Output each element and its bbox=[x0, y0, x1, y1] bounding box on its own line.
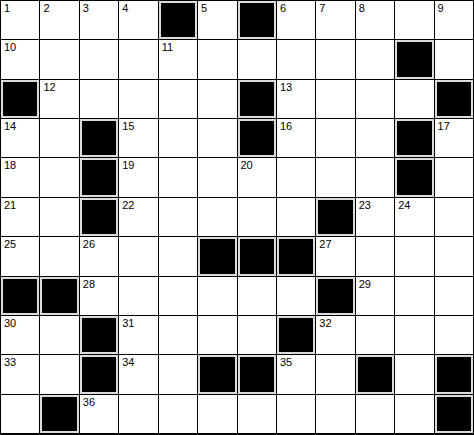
clue-number-20: 20 bbox=[241, 160, 253, 171]
clue-number-14: 14 bbox=[4, 121, 16, 132]
cell-r3c2[interactable]: 12 bbox=[40, 80, 78, 118]
cell-r8c7[interactable] bbox=[238, 277, 276, 315]
clue-number-13: 13 bbox=[280, 82, 292, 93]
cell-r7c1[interactable]: 25 bbox=[1, 237, 39, 275]
cell-r10c5[interactable] bbox=[159, 355, 197, 393]
cell-r11c8[interactable] bbox=[277, 395, 315, 433]
cell-r10c11[interactable] bbox=[395, 355, 433, 393]
cell-r9c7[interactable] bbox=[238, 316, 276, 354]
cell-r9c6[interactable] bbox=[198, 316, 236, 354]
cell-r4c1[interactable]: 14 bbox=[1, 119, 39, 157]
cell-r11c6[interactable] bbox=[198, 395, 236, 433]
cell-r7c10[interactable] bbox=[356, 237, 394, 275]
cell-r10c2[interactable] bbox=[40, 355, 78, 393]
cell-r6c1[interactable]: 21 bbox=[1, 198, 39, 236]
cell-r10c4[interactable]: 34 bbox=[119, 355, 157, 393]
cell-r7c3[interactable]: 26 bbox=[80, 237, 118, 275]
black-cell-r9c8 bbox=[277, 316, 315, 354]
cell-r6c2[interactable] bbox=[40, 198, 78, 236]
cell-r9c4[interactable]: 31 bbox=[119, 316, 157, 354]
cell-r11c4[interactable] bbox=[119, 395, 157, 433]
black-cell-r4c7 bbox=[238, 119, 276, 157]
cell-r10c1[interactable]: 33 bbox=[1, 355, 39, 393]
cell-r5c12[interactable] bbox=[435, 158, 473, 196]
black-cell-r7c7 bbox=[238, 237, 276, 275]
cell-r11c5[interactable] bbox=[159, 395, 197, 433]
clue-number-27: 27 bbox=[319, 239, 331, 250]
cell-r2c6[interactable] bbox=[198, 40, 236, 78]
clue-number-36: 36 bbox=[83, 397, 95, 408]
cell-r8c5[interactable] bbox=[159, 277, 197, 315]
cell-r8c10[interactable]: 29 bbox=[356, 277, 394, 315]
black-cell-r8c1 bbox=[1, 277, 39, 315]
black-cell-r3c12 bbox=[435, 80, 473, 118]
black-cell-r10c12 bbox=[435, 355, 473, 393]
cell-r1c11[interactable] bbox=[395, 1, 433, 39]
cell-r7c4[interactable] bbox=[119, 237, 157, 275]
cell-r10c9[interactable] bbox=[316, 355, 354, 393]
clue-number-10: 10 bbox=[4, 42, 16, 53]
cell-r3c8[interactable]: 13 bbox=[277, 80, 315, 118]
cell-r1c10[interactable]: 8 bbox=[356, 1, 394, 39]
clue-number-17: 17 bbox=[438, 121, 450, 132]
cell-r6c6[interactable] bbox=[198, 198, 236, 236]
clue-number-3: 3 bbox=[83, 3, 89, 14]
cell-r4c6[interactable] bbox=[198, 119, 236, 157]
clue-number-29: 29 bbox=[359, 279, 371, 290]
cell-r5c5[interactable] bbox=[159, 158, 197, 196]
clue-number-25: 25 bbox=[4, 239, 16, 250]
cell-r1c6[interactable]: 5 bbox=[198, 1, 236, 39]
cell-r6c11[interactable]: 24 bbox=[395, 198, 433, 236]
cell-r7c5[interactable] bbox=[159, 237, 197, 275]
cell-r7c11[interactable] bbox=[395, 237, 433, 275]
cell-r8c11[interactable] bbox=[395, 277, 433, 315]
black-cell-r10c10 bbox=[356, 355, 394, 393]
clue-number-16: 16 bbox=[280, 121, 292, 132]
clue-number-26: 26 bbox=[83, 239, 95, 250]
cell-r6c7[interactable] bbox=[238, 198, 276, 236]
cell-r8c4[interactable] bbox=[119, 277, 157, 315]
cell-r2c12[interactable] bbox=[435, 40, 473, 78]
black-cell-r3c7 bbox=[238, 80, 276, 118]
clue-number-35: 35 bbox=[280, 357, 292, 368]
cell-r4c5[interactable] bbox=[159, 119, 197, 157]
clue-number-12: 12 bbox=[43, 82, 55, 93]
cell-r9c9[interactable]: 32 bbox=[316, 316, 354, 354]
cell-r4c9[interactable] bbox=[316, 119, 354, 157]
cell-r8c6[interactable] bbox=[198, 277, 236, 315]
cell-r5c8[interactable] bbox=[277, 158, 315, 196]
cell-r4c8[interactable]: 16 bbox=[277, 119, 315, 157]
clue-number-28: 28 bbox=[83, 279, 95, 290]
black-cell-r1c5 bbox=[159, 1, 197, 39]
cell-r9c10[interactable] bbox=[356, 316, 394, 354]
cell-r7c12[interactable] bbox=[435, 237, 473, 275]
cell-r1c4[interactable]: 4 bbox=[119, 1, 157, 39]
cell-r9c11[interactable] bbox=[395, 316, 433, 354]
cell-r8c12[interactable] bbox=[435, 277, 473, 315]
cell-r1c9[interactable]: 7 bbox=[316, 1, 354, 39]
cell-r6c8[interactable] bbox=[277, 198, 315, 236]
clue-number-30: 30 bbox=[4, 318, 16, 329]
cell-r5c4[interactable]: 19 bbox=[119, 158, 157, 196]
clue-number-1: 1 bbox=[4, 3, 10, 14]
clue-number-11: 11 bbox=[162, 42, 173, 53]
black-cell-r11c2 bbox=[40, 395, 78, 433]
black-cell-r7c6 bbox=[198, 237, 236, 275]
cell-r8c8[interactable] bbox=[277, 277, 315, 315]
cell-r9c12[interactable] bbox=[435, 316, 473, 354]
black-cell-r5c3 bbox=[80, 158, 118, 196]
black-cell-r2c11 bbox=[395, 40, 433, 78]
cell-r3c5[interactable] bbox=[159, 80, 197, 118]
black-cell-r6c9 bbox=[316, 198, 354, 236]
cell-r11c7[interactable] bbox=[238, 395, 276, 433]
cell-r2c4[interactable] bbox=[119, 40, 157, 78]
cell-r6c10[interactable]: 23 bbox=[356, 198, 394, 236]
cell-r7c9[interactable]: 27 bbox=[316, 237, 354, 275]
black-cell-r10c6 bbox=[198, 355, 236, 393]
cell-r9c5[interactable] bbox=[159, 316, 197, 354]
cell-r11c3[interactable]: 36 bbox=[80, 395, 118, 433]
cell-r5c10[interactable] bbox=[356, 158, 394, 196]
black-cell-r8c9 bbox=[316, 277, 354, 315]
clue-number-8: 8 bbox=[359, 3, 365, 14]
cell-r3c9[interactable] bbox=[316, 80, 354, 118]
black-cell-r5c11 bbox=[395, 158, 433, 196]
clue-number-33: 33 bbox=[4, 357, 16, 368]
cell-r11c9[interactable] bbox=[316, 395, 354, 433]
cell-r4c10[interactable] bbox=[356, 119, 394, 157]
cell-r3c11[interactable] bbox=[395, 80, 433, 118]
clue-number-24: 24 bbox=[398, 200, 410, 211]
black-cell-r4c11 bbox=[395, 119, 433, 157]
cell-r4c12[interactable]: 17 bbox=[435, 119, 473, 157]
cell-r2c1[interactable]: 10 bbox=[1, 40, 39, 78]
clue-number-22: 22 bbox=[122, 200, 134, 211]
black-cell-r11c12 bbox=[435, 395, 473, 433]
cell-r4c2[interactable] bbox=[40, 119, 78, 157]
cell-r4c4[interactable]: 15 bbox=[119, 119, 157, 157]
clue-number-7: 7 bbox=[319, 3, 325, 14]
black-cell-r1c7 bbox=[238, 1, 276, 39]
black-cell-r4c3 bbox=[80, 119, 118, 157]
cell-r2c5[interactable]: 11 bbox=[159, 40, 197, 78]
clue-number-2: 2 bbox=[43, 3, 49, 14]
cell-r5c1[interactable]: 18 bbox=[1, 158, 39, 196]
cell-r2c2[interactable] bbox=[40, 40, 78, 78]
clue-number-5: 5 bbox=[201, 3, 207, 14]
cell-r2c7[interactable] bbox=[238, 40, 276, 78]
cell-r3c4[interactable] bbox=[119, 80, 157, 118]
cell-r1c1[interactable]: 1 bbox=[1, 1, 39, 39]
cell-r10c8[interactable]: 35 bbox=[277, 355, 315, 393]
clue-number-21: 21 bbox=[4, 200, 16, 211]
cell-r5c7[interactable]: 20 bbox=[238, 158, 276, 196]
clue-number-15: 15 bbox=[122, 121, 134, 132]
crossword-board: 1234567891011121314151617181920212223242… bbox=[0, 0, 474, 435]
clue-number-31: 31 bbox=[122, 318, 134, 329]
cell-r2c9[interactable] bbox=[316, 40, 354, 78]
cell-r1c8[interactable]: 6 bbox=[277, 1, 315, 39]
cell-r8c3[interactable]: 28 bbox=[80, 277, 118, 315]
black-cell-r8c2 bbox=[40, 277, 78, 315]
cell-r5c6[interactable] bbox=[198, 158, 236, 196]
clue-number-18: 18 bbox=[4, 160, 16, 171]
cell-r1c2[interactable]: 2 bbox=[40, 1, 78, 39]
clue-number-34: 34 bbox=[122, 357, 134, 368]
cell-r9c1[interactable]: 30 bbox=[1, 316, 39, 354]
cell-r11c11[interactable] bbox=[395, 395, 433, 433]
clue-number-6: 6 bbox=[280, 3, 286, 14]
black-cell-r10c7 bbox=[238, 355, 276, 393]
cell-r9c2[interactable] bbox=[40, 316, 78, 354]
cell-r2c10[interactable] bbox=[356, 40, 394, 78]
cell-r6c5[interactable] bbox=[159, 198, 197, 236]
cell-r11c1[interactable] bbox=[1, 395, 39, 433]
black-cell-r7c8 bbox=[277, 237, 315, 275]
cell-r3c3[interactable] bbox=[80, 80, 118, 118]
cell-r11c10[interactable] bbox=[356, 395, 394, 433]
cell-r2c3[interactable] bbox=[80, 40, 118, 78]
cell-r5c2[interactable] bbox=[40, 158, 78, 196]
clue-number-4: 4 bbox=[122, 3, 128, 14]
cell-r1c3[interactable]: 3 bbox=[80, 1, 118, 39]
black-cell-r10c3 bbox=[80, 355, 118, 393]
black-cell-r3c1 bbox=[1, 80, 39, 118]
clue-number-19: 19 bbox=[122, 160, 134, 171]
cell-r2c8[interactable] bbox=[277, 40, 315, 78]
clue-number-23: 23 bbox=[359, 200, 371, 211]
clue-number-32: 32 bbox=[319, 318, 331, 329]
cell-r5c9[interactable] bbox=[316, 158, 354, 196]
black-cell-r9c3 bbox=[80, 316, 118, 354]
clue-number-9: 9 bbox=[438, 3, 444, 14]
cell-r3c6[interactable] bbox=[198, 80, 236, 118]
cell-r6c12[interactable] bbox=[435, 198, 473, 236]
cell-r7c2[interactable] bbox=[40, 237, 78, 275]
cell-r3c10[interactable] bbox=[356, 80, 394, 118]
cell-r6c4[interactable]: 22 bbox=[119, 198, 157, 236]
cell-r1c12[interactable]: 9 bbox=[435, 1, 473, 39]
black-cell-r6c3 bbox=[80, 198, 118, 236]
